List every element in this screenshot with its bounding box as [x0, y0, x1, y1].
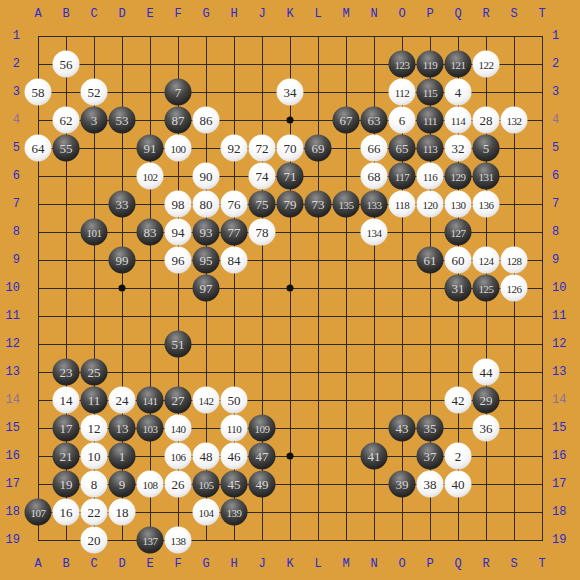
- stone-C18[interactable]: 22: [81, 499, 108, 526]
- stone-P5[interactable]: 113: [417, 135, 444, 162]
- stone-C19[interactable]: 20: [81, 527, 108, 554]
- row-label-left-11: 11: [2, 309, 20, 323]
- stone-H7[interactable]: 76: [221, 191, 248, 218]
- stone-number: 116: [423, 170, 438, 182]
- stone-number: 28: [480, 112, 493, 128]
- stone-Q7[interactable]: 130: [445, 191, 472, 218]
- stone-F5[interactable]: 100: [165, 135, 192, 162]
- col-label-top-D: D: [118, 7, 125, 21]
- stone-J6[interactable]: 74: [249, 163, 276, 190]
- stone-number: 128: [507, 254, 522, 266]
- stone-D16[interactable]: 1: [109, 443, 136, 470]
- stone-P16[interactable]: 37: [417, 443, 444, 470]
- stone-number: 90: [200, 168, 213, 184]
- row-label-left-18: 18: [2, 505, 20, 519]
- row-label-left-16: 16: [2, 449, 20, 463]
- row-label-right-8: 8: [552, 225, 578, 239]
- stone-H9[interactable]: 84: [221, 247, 248, 274]
- row-label-left-12: 12: [2, 337, 20, 351]
- stone-number: 99: [116, 252, 129, 268]
- stone-number: 47: [256, 448, 269, 464]
- stone-B17[interactable]: 19: [53, 471, 80, 498]
- stone-O6[interactable]: 117: [389, 163, 416, 190]
- stone-E6[interactable]: 102: [137, 163, 164, 190]
- stone-C15[interactable]: 12: [81, 415, 108, 442]
- stone-number: 5: [483, 140, 490, 156]
- stone-number: 34: [284, 84, 297, 100]
- stone-G9[interactable]: 95: [193, 247, 220, 274]
- col-label-bottom-G: G: [202, 557, 209, 571]
- stone-C8[interactable]: 101: [81, 219, 108, 246]
- col-label-bottom-H: H: [230, 557, 237, 571]
- stone-C13[interactable]: 25: [81, 359, 108, 386]
- stone-F12[interactable]: 51: [165, 331, 192, 358]
- row-label-right-18: 18: [552, 505, 578, 519]
- stone-P17[interactable]: 38: [417, 471, 444, 498]
- stone-number: 26: [172, 476, 185, 492]
- stone-C4[interactable]: 3: [81, 107, 108, 134]
- row-label-left-17: 17: [2, 477, 20, 491]
- stone-N6[interactable]: 68: [361, 163, 388, 190]
- stone-M7[interactable]: 135: [333, 191, 360, 218]
- stone-number: 115: [423, 86, 438, 98]
- stone-number: 61: [424, 252, 437, 268]
- row-label-left-3: 3: [2, 85, 20, 99]
- stone-R2[interactable]: 122: [473, 51, 500, 78]
- stone-number: 42: [452, 392, 465, 408]
- stone-number: 123: [395, 58, 410, 70]
- stone-P4[interactable]: 111: [417, 107, 444, 134]
- stone-number: 114: [451, 114, 466, 126]
- row-label-left-9: 9: [2, 253, 20, 267]
- grid-line-horizontal: [38, 372, 543, 373]
- stone-number: 8: [91, 476, 98, 492]
- stone-O2[interactable]: 123: [389, 51, 416, 78]
- row-label-right-17: 17: [552, 477, 578, 491]
- row-label-right-3: 3: [552, 85, 578, 99]
- stone-A3[interactable]: 58: [25, 79, 52, 106]
- stone-H18[interactable]: 139: [221, 499, 248, 526]
- stone-number: 36: [480, 420, 493, 436]
- stone-number: 95: [200, 252, 213, 268]
- stone-R5[interactable]: 5: [473, 135, 500, 162]
- stone-E19[interactable]: 137: [137, 527, 164, 554]
- col-label-bottom-M: M: [342, 557, 349, 571]
- col-label-bottom-A: A: [34, 557, 41, 571]
- stone-A5[interactable]: 64: [25, 135, 52, 162]
- stone-N7[interactable]: 133: [361, 191, 388, 218]
- stone-number: 125: [479, 282, 494, 294]
- stone-number: 119: [423, 58, 438, 70]
- col-label-top-F: F: [174, 7, 181, 21]
- stone-F7[interactable]: 98: [165, 191, 192, 218]
- stone-Q17[interactable]: 40: [445, 471, 472, 498]
- col-label-top-C: C: [90, 7, 97, 21]
- row-label-right-10: 10: [552, 281, 578, 295]
- stone-Q16[interactable]: 2: [445, 443, 472, 470]
- star-point-D10: [119, 285, 126, 292]
- stone-Q5[interactable]: 32: [445, 135, 472, 162]
- stone-number: 134: [367, 226, 382, 238]
- stone-G7[interactable]: 80: [193, 191, 220, 218]
- col-label-top-G: G: [202, 7, 209, 21]
- stone-number: 41: [368, 448, 381, 464]
- stone-K6[interactable]: 71: [277, 163, 304, 190]
- stone-number: 130: [451, 198, 466, 210]
- stone-number: 49: [256, 476, 269, 492]
- stone-number: 121: [451, 58, 466, 70]
- stone-P9[interactable]: 61: [417, 247, 444, 274]
- stone-number: 43: [396, 420, 409, 436]
- stone-number: 31: [452, 280, 465, 296]
- col-label-top-E: E: [146, 7, 153, 21]
- stone-B18[interactable]: 16: [53, 499, 80, 526]
- stone-R6[interactable]: 131: [473, 163, 500, 190]
- star-point-K4: [287, 117, 294, 124]
- stone-number: 109: [255, 422, 270, 434]
- col-label-bottom-C: C: [90, 557, 97, 571]
- stone-R13[interactable]: 44: [473, 359, 500, 386]
- col-label-top-P: P: [426, 7, 433, 21]
- stone-B5[interactable]: 55: [53, 135, 80, 162]
- stone-number: 35: [424, 420, 437, 436]
- stone-number: 19: [60, 476, 73, 492]
- stone-J8[interactable]: 78: [249, 219, 276, 246]
- stone-B13[interactable]: 23: [53, 359, 80, 386]
- stone-C3[interactable]: 52: [81, 79, 108, 106]
- stone-number: 64: [32, 140, 45, 156]
- stone-D18[interactable]: 18: [109, 499, 136, 526]
- row-label-right-5: 5: [552, 141, 578, 155]
- row-label-right-14: 14: [552, 393, 578, 407]
- stone-P3[interactable]: 115: [417, 79, 444, 106]
- stone-number: 83: [144, 224, 157, 240]
- stone-D14[interactable]: 24: [109, 387, 136, 414]
- stone-P15[interactable]: 35: [417, 415, 444, 442]
- stone-number: 23: [60, 364, 73, 380]
- stone-number: 136: [479, 198, 494, 210]
- star-point-K10: [287, 285, 294, 292]
- stone-number: 39: [396, 476, 409, 492]
- col-label-bottom-O: O: [398, 557, 405, 571]
- col-label-bottom-S: S: [510, 557, 517, 571]
- stone-number: 40: [452, 476, 465, 492]
- stone-Q2[interactable]: 121: [445, 51, 472, 78]
- stone-number: 87: [172, 112, 185, 128]
- stone-number: 70: [284, 140, 297, 156]
- row-label-right-12: 12: [552, 337, 578, 351]
- stone-N4[interactable]: 63: [361, 107, 388, 134]
- stone-number: 22: [88, 504, 101, 520]
- stone-number: 48: [200, 448, 213, 464]
- stone-number: 111: [423, 114, 437, 126]
- row-label-right-7: 7: [552, 197, 578, 211]
- stone-J5[interactable]: 72: [249, 135, 276, 162]
- stone-B14[interactable]: 14: [53, 387, 80, 414]
- stone-number: 53: [116, 112, 129, 128]
- stone-number: 18: [116, 504, 129, 520]
- stone-number: 58: [32, 84, 45, 100]
- stone-number: 93: [200, 224, 213, 240]
- row-label-left-13: 13: [2, 365, 20, 379]
- stone-Q10[interactable]: 31: [445, 275, 472, 302]
- stone-number: 138: [171, 534, 186, 546]
- stone-number: 126: [507, 282, 522, 294]
- stone-number: 140: [171, 422, 186, 434]
- stone-number: 103: [143, 422, 158, 434]
- stone-number: 37: [424, 448, 437, 464]
- stone-number: 38: [424, 476, 437, 492]
- stone-F15[interactable]: 140: [165, 415, 192, 442]
- stone-C17[interactable]: 8: [81, 471, 108, 498]
- stone-F8[interactable]: 94: [165, 219, 192, 246]
- stone-B16[interactable]: 21: [53, 443, 80, 470]
- stone-number: 110: [227, 422, 242, 434]
- stone-G18[interactable]: 104: [193, 499, 220, 526]
- col-label-bottom-J: J: [258, 557, 265, 571]
- stone-number: 55: [60, 140, 73, 156]
- stone-number: 117: [395, 170, 410, 182]
- stone-D4[interactable]: 53: [109, 107, 136, 134]
- stone-F19[interactable]: 138: [165, 527, 192, 554]
- stone-H15[interactable]: 110: [221, 415, 248, 442]
- stone-number: 44: [480, 364, 493, 380]
- row-label-right-4: 4: [552, 113, 578, 127]
- stone-F9[interactable]: 96: [165, 247, 192, 274]
- stone-F17[interactable]: 26: [165, 471, 192, 498]
- grid-line-horizontal: [38, 316, 543, 317]
- stone-number: 91: [144, 140, 157, 156]
- stone-O17[interactable]: 39: [389, 471, 416, 498]
- stone-P6[interactable]: 116: [417, 163, 444, 190]
- stone-L7[interactable]: 73: [305, 191, 332, 218]
- stone-P7[interactable]: 120: [417, 191, 444, 218]
- stone-Q6[interactable]: 129: [445, 163, 472, 190]
- stone-F4[interactable]: 87: [165, 107, 192, 134]
- stone-number: 45: [228, 476, 241, 492]
- stone-number: 78: [256, 224, 269, 240]
- stone-number: 24: [116, 392, 129, 408]
- row-label-left-10: 10: [2, 281, 20, 295]
- stone-number: 6: [399, 112, 406, 128]
- stone-number: 141: [143, 394, 158, 406]
- stone-number: 80: [200, 196, 213, 212]
- stone-C14[interactable]: 11: [81, 387, 108, 414]
- stone-H8[interactable]: 77: [221, 219, 248, 246]
- stone-E8[interactable]: 83: [137, 219, 164, 246]
- stone-number: 21: [60, 448, 73, 464]
- stone-N5[interactable]: 66: [361, 135, 388, 162]
- stone-number: 72: [256, 140, 269, 156]
- stone-H14[interactable]: 50: [221, 387, 248, 414]
- stone-O3[interactable]: 112: [389, 79, 416, 106]
- stone-B2[interactable]: 56: [53, 51, 80, 78]
- stone-L5[interactable]: 69: [305, 135, 332, 162]
- stone-number: 2: [455, 448, 462, 464]
- stone-number: 129: [451, 170, 466, 182]
- stone-K5[interactable]: 70: [277, 135, 304, 162]
- col-label-top-O: O: [398, 7, 405, 21]
- stone-R15[interactable]: 36: [473, 415, 500, 442]
- stone-G8[interactable]: 93: [193, 219, 220, 246]
- stone-number: 65: [396, 140, 409, 156]
- stone-number: 50: [228, 392, 241, 408]
- row-label-right-13: 13: [552, 365, 578, 379]
- row-label-left-2: 2: [2, 57, 20, 71]
- stone-number: 108: [143, 478, 158, 490]
- stone-G6[interactable]: 90: [193, 163, 220, 190]
- stone-E17[interactable]: 108: [137, 471, 164, 498]
- col-label-bottom-N: N: [370, 557, 377, 571]
- stone-Q4[interactable]: 114: [445, 107, 472, 134]
- stone-H5[interactable]: 92: [221, 135, 248, 162]
- stone-A18[interactable]: 107: [25, 499, 52, 526]
- stone-E15[interactable]: 103: [137, 415, 164, 442]
- stone-D17[interactable]: 9: [109, 471, 136, 498]
- stone-number: 66: [368, 140, 381, 156]
- stone-number: 12: [88, 420, 101, 436]
- col-label-top-M: M: [342, 7, 349, 21]
- stone-J15[interactable]: 109: [249, 415, 276, 442]
- stone-number: 131: [479, 170, 494, 182]
- stone-N8[interactable]: 134: [361, 219, 388, 246]
- stone-number: 29: [480, 392, 493, 408]
- row-label-left-1: 1: [2, 29, 20, 43]
- stone-number: 46: [228, 448, 241, 464]
- grid-line-vertical: [318, 36, 319, 541]
- col-label-top-A: A: [34, 7, 41, 21]
- stone-number: 75: [256, 196, 269, 212]
- stone-G17[interactable]: 105: [193, 471, 220, 498]
- stone-J17[interactable]: 49: [249, 471, 276, 498]
- stone-number: 139: [227, 506, 242, 518]
- row-label-right-1: 1: [552, 29, 578, 43]
- stone-S10[interactable]: 126: [501, 275, 528, 302]
- stone-number: 97: [200, 280, 213, 296]
- row-label-right-9: 9: [552, 253, 578, 267]
- grid-line-horizontal: [38, 540, 543, 541]
- stone-number: 27: [172, 392, 185, 408]
- stone-D9[interactable]: 99: [109, 247, 136, 274]
- stone-P2[interactable]: 119: [417, 51, 444, 78]
- col-label-top-Q: Q: [454, 7, 461, 21]
- stone-Q3[interactable]: 4: [445, 79, 472, 106]
- stone-E14[interactable]: 141: [137, 387, 164, 414]
- stone-number: 120: [423, 198, 438, 210]
- stone-G14[interactable]: 142: [193, 387, 220, 414]
- row-label-left-6: 6: [2, 169, 20, 183]
- row-label-left-7: 7: [2, 197, 20, 211]
- stone-O7[interactable]: 118: [389, 191, 416, 218]
- stone-R4[interactable]: 28: [473, 107, 500, 134]
- stone-number: 69: [312, 140, 325, 156]
- col-label-bottom-T: T: [538, 557, 545, 571]
- stone-K7[interactable]: 79: [277, 191, 304, 218]
- col-label-top-S: S: [510, 7, 517, 21]
- stone-S9[interactable]: 128: [501, 247, 528, 274]
- stone-B15[interactable]: 17: [53, 415, 80, 442]
- stone-number: 62: [60, 112, 73, 128]
- stone-number: 17: [60, 420, 73, 436]
- stone-number: 60: [452, 252, 465, 268]
- stone-F3[interactable]: 7: [165, 79, 192, 106]
- col-label-top-T: T: [538, 7, 545, 21]
- stone-J16[interactable]: 47: [249, 443, 276, 470]
- stone-K3[interactable]: 34: [277, 79, 304, 106]
- stone-O4[interactable]: 6: [389, 107, 416, 134]
- stone-O15[interactable]: 43: [389, 415, 416, 442]
- stone-number: 14: [60, 392, 73, 408]
- stone-number: 94: [172, 224, 185, 240]
- stone-number: 33: [116, 196, 129, 212]
- stone-Q14[interactable]: 42: [445, 387, 472, 414]
- go-board-diagram: AABBCCDDEEFFGGHHJJKKLLMMNNOOPPQQRRSSTT11…: [0, 0, 580, 580]
- stone-G4[interactable]: 86: [193, 107, 220, 134]
- stone-H16[interactable]: 46: [221, 443, 248, 470]
- stone-number: 4: [455, 84, 462, 100]
- stone-number: 107: [31, 506, 46, 518]
- stone-number: 56: [60, 56, 73, 72]
- stone-N16[interactable]: 41: [361, 443, 388, 470]
- stone-number: 122: [479, 58, 494, 70]
- row-label-left-5: 5: [2, 141, 20, 155]
- col-label-top-B: B: [62, 7, 69, 21]
- stone-R14[interactable]: 29: [473, 387, 500, 414]
- col-label-top-L: L: [314, 7, 321, 21]
- stone-J7[interactable]: 75: [249, 191, 276, 218]
- stone-S4[interactable]: 132: [501, 107, 528, 134]
- row-label-right-15: 15: [552, 421, 578, 435]
- stone-B4[interactable]: 62: [53, 107, 80, 134]
- stone-number: 13: [116, 420, 129, 436]
- stone-E5[interactable]: 91: [137, 135, 164, 162]
- stone-R7[interactable]: 136: [473, 191, 500, 218]
- col-label-top-N: N: [370, 7, 377, 21]
- col-label-bottom-Q: Q: [454, 557, 461, 571]
- stone-G16[interactable]: 48: [193, 443, 220, 470]
- stone-number: 142: [199, 394, 214, 406]
- stone-C16[interactable]: 10: [81, 443, 108, 470]
- stone-number: 74: [256, 168, 269, 184]
- stone-G10[interactable]: 97: [193, 275, 220, 302]
- stone-number: 102: [143, 170, 158, 182]
- row-label-left-8: 8: [2, 225, 20, 239]
- stone-D7[interactable]: 33: [109, 191, 136, 218]
- stone-Q9[interactable]: 60: [445, 247, 472, 274]
- row-label-right-2: 2: [552, 57, 578, 71]
- stone-H17[interactable]: 45: [221, 471, 248, 498]
- row-label-right-11: 11: [552, 309, 578, 323]
- stone-number: 79: [284, 196, 297, 212]
- stone-F14[interactable]: 27: [165, 387, 192, 414]
- col-label-bottom-K: K: [286, 557, 293, 571]
- stone-number: 105: [199, 478, 214, 490]
- star-point-K16: [287, 453, 294, 460]
- stone-R10[interactable]: 125: [473, 275, 500, 302]
- stone-O5[interactable]: 65: [389, 135, 416, 162]
- stone-number: 86: [200, 112, 213, 128]
- stone-R9[interactable]: 124: [473, 247, 500, 274]
- col-label-bottom-F: F: [174, 557, 181, 571]
- stone-number: 52: [88, 84, 101, 100]
- col-label-bottom-R: R: [482, 557, 489, 571]
- stone-F16[interactable]: 106: [165, 443, 192, 470]
- stone-M4[interactable]: 67: [333, 107, 360, 134]
- col-label-bottom-E: E: [146, 557, 153, 571]
- col-label-bottom-D: D: [118, 557, 125, 571]
- stone-Q8[interactable]: 127: [445, 219, 472, 246]
- stone-D15[interactable]: 13: [109, 415, 136, 442]
